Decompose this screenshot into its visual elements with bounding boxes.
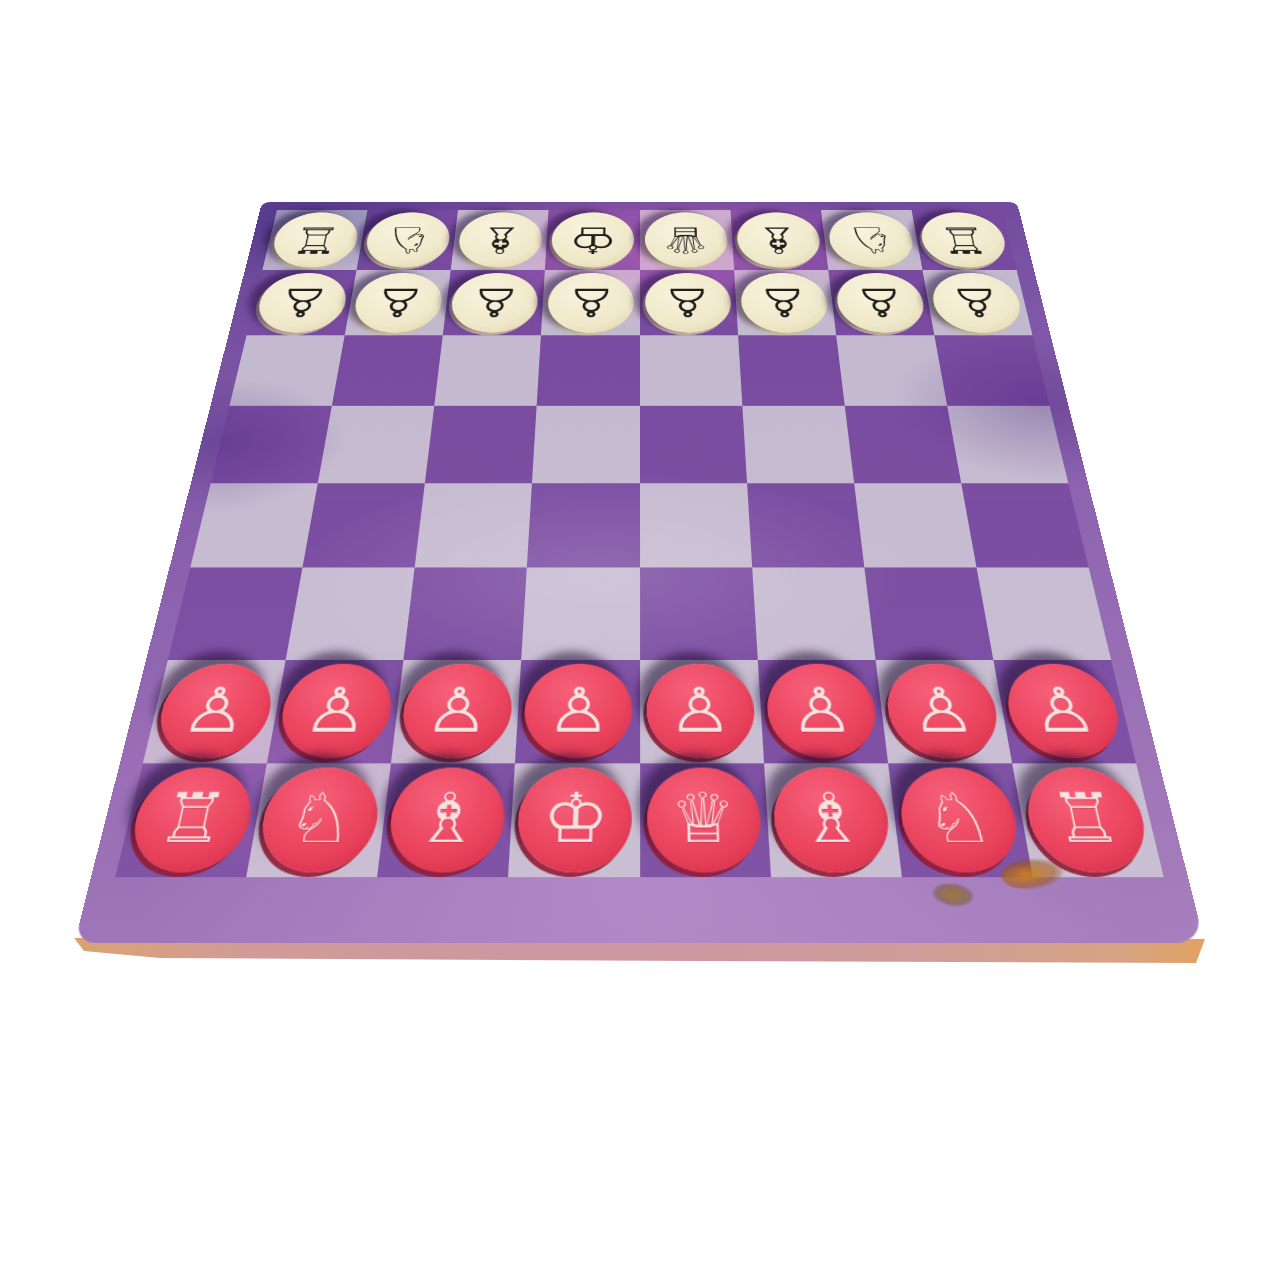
cell-r6c4: ♙: [640, 660, 764, 763]
photo-canvas: ♖♘♗♔♕♗♘♖♙♙♙♙♙♙♙♙♙♙♙♙♙♙♙♙♖♘♗♔♕♗♘♖: [0, 0, 1280, 1280]
piece-bB[interactable]: ♗: [771, 767, 894, 872]
piece-glyph: ♖: [152, 785, 233, 854]
cell-r6c3: ♙: [515, 660, 639, 763]
cell-r1c7: ♙: [922, 270, 1032, 335]
cell-r0c5: ♗: [730, 210, 828, 270]
piece-bP[interactable]: ♙: [275, 664, 397, 758]
piece-glyph: ♔: [568, 222, 617, 258]
cell-r6c2: ♙: [391, 660, 521, 763]
cell-r2c6: [836, 335, 947, 406]
cell-r1c3: ♙: [541, 270, 639, 335]
piece-glyph: ♙: [177, 680, 253, 742]
cell-r2c4: [640, 335, 743, 406]
cell-r5c1: [286, 567, 415, 660]
piece-glyph: ♘: [920, 785, 997, 854]
cell-r2c2: [434, 335, 541, 406]
piece-glyph: ♙: [300, 680, 373, 742]
piece-wN[interactable]: ♘: [826, 213, 916, 268]
cell-r5c0: [168, 567, 303, 660]
piece-wN[interactable]: ♘: [362, 213, 452, 268]
piece-glyph: ♙: [370, 283, 426, 322]
piece-wP[interactable]: ♙: [547, 273, 634, 333]
piece-glyph: ♗: [795, 785, 868, 854]
piece-bP[interactable]: ♙: [1001, 664, 1128, 758]
piece-glyph: ♙: [423, 680, 492, 742]
piece-glyph: ♙: [662, 283, 713, 322]
piece-glyph: ♙: [787, 680, 856, 742]
piece-glyph: ♔: [541, 785, 610, 854]
piece-glyph: ♙: [668, 680, 733, 742]
cell-r0c2: ♗: [451, 210, 549, 270]
piece-bB[interactable]: ♗: [385, 767, 508, 872]
piece-glyph: ♗: [411, 785, 484, 854]
cell-r7c6: ♘: [888, 763, 1033, 877]
piece-glyph: ♘: [844, 222, 898, 258]
cell-r5c3: [522, 567, 640, 660]
piece-wR[interactable]: ♖: [268, 213, 362, 268]
piece-wP[interactable]: ♙: [928, 273, 1026, 333]
cell-r4c1: [303, 483, 426, 567]
cell-r2c0: [229, 335, 344, 406]
piece-wP[interactable]: ♙: [449, 273, 540, 333]
cell-r4c4: [640, 483, 752, 567]
piece-bK[interactable]: ♔: [516, 767, 632, 872]
cell-r3c0: [211, 406, 332, 483]
board-pieces-layer: ♖♘♗♔♕♗♘♖♙♙♙♙♙♙♙♙♙♙♙♙♙♙♙♙♖♘♗♔♕♗♘♖: [74, 202, 1204, 943]
cell-r2c5: [738, 335, 845, 406]
piece-wP[interactable]: ♙: [739, 273, 830, 333]
piece-wQ[interactable]: ♕: [645, 213, 729, 268]
cell-r0c7: ♖: [911, 210, 1016, 270]
piece-bN[interactable]: ♘: [895, 767, 1024, 872]
piece-glyph: ♙: [565, 283, 616, 322]
piece-glyph: ♖: [1046, 785, 1127, 854]
cell-r2c1: [332, 335, 443, 406]
piece-glyph: ♙: [1025, 680, 1101, 742]
chess-board: ♖♘♗♔♕♗♘♖♙♙♙♙♙♙♙♙♙♙♙♙♙♙♙♙♖♘♗♔♕♗♘♖: [74, 202, 1204, 943]
piece-bP[interactable]: ♙: [151, 664, 278, 758]
piece-bP[interactable]: ♙: [882, 664, 1004, 758]
cell-r3c3: [532, 406, 639, 483]
cell-r6c0: ♙: [143, 660, 286, 763]
cell-r5c7: [976, 567, 1111, 660]
piece-bQ[interactable]: ♕: [646, 767, 762, 872]
cell-r7c5: ♗: [764, 763, 902, 877]
piece-wR[interactable]: ♖: [917, 213, 1011, 268]
piece-wB[interactable]: ♗: [456, 213, 543, 268]
cell-r7c2: ♗: [377, 763, 515, 877]
piece-bR[interactable]: ♖: [124, 767, 260, 872]
piece-glyph: ♙: [273, 283, 332, 322]
piece-wK[interactable]: ♔: [551, 213, 635, 268]
cell-r6c5: ♙: [757, 660, 887, 763]
piece-glyph: ♙: [546, 680, 611, 742]
cell-r3c6: [845, 406, 962, 483]
cell-r1c4: ♙: [640, 270, 738, 335]
cell-r4c3: [527, 483, 639, 567]
piece-bP[interactable]: ♙: [646, 664, 756, 758]
cell-r1c2: ♙: [443, 270, 545, 335]
piece-bR[interactable]: ♖: [1020, 767, 1156, 872]
cell-r7c1: ♘: [246, 763, 391, 877]
cell-r5c4: [640, 567, 758, 660]
piece-glyph: ♖: [288, 222, 344, 258]
piece-glyph: ♗: [475, 222, 527, 258]
piece-glyph: ♙: [947, 283, 1006, 322]
piece-glyph: ♙: [906, 680, 979, 742]
piece-wP[interactable]: ♙: [834, 273, 929, 333]
piece-bP[interactable]: ♙: [523, 664, 633, 758]
cell-r1c1: ♙: [345, 270, 451, 335]
piece-bP[interactable]: ♙: [764, 664, 880, 758]
piece-glyph: ♕: [661, 222, 710, 258]
cell-r7c7: ♖: [1012, 763, 1164, 877]
cell-r0c0: ♖: [262, 210, 367, 270]
cell-r4c2: [415, 483, 532, 567]
cell-r3c1: [318, 406, 435, 483]
piece-glyph: ♘: [381, 222, 435, 258]
piece-wB[interactable]: ♗: [735, 213, 822, 268]
cell-r4c0: [190, 483, 318, 567]
piece-glyph: ♗: [753, 222, 805, 258]
piece-glyph: ♕: [669, 785, 738, 854]
cell-r2c7: [934, 335, 1049, 406]
cell-r5c5: [752, 567, 876, 660]
cell-r0c3: ♔: [545, 210, 639, 270]
cell-r7c4: ♕: [640, 763, 771, 877]
cell-r4c7: [961, 483, 1089, 567]
cell-r6c7: ♙: [993, 660, 1136, 763]
cell-r3c7: [947, 406, 1068, 483]
piece-glyph: ♙: [757, 283, 811, 322]
cell-r5c2: [404, 567, 528, 660]
cell-r2c3: [537, 335, 640, 406]
cell-r1c6: ♙: [828, 270, 934, 335]
cell-r4c5: [747, 483, 864, 567]
piece-wP[interactable]: ♙: [351, 273, 446, 333]
cell-r3c5: [742, 406, 854, 483]
cell-r0c6: ♘: [821, 210, 923, 270]
cell-r6c1: ♙: [267, 660, 404, 763]
piece-glyph: ♘: [282, 785, 359, 854]
cell-r7c3: ♔: [508, 763, 639, 877]
cell-r5c6: [864, 567, 993, 660]
piece-bP[interactable]: ♙: [399, 664, 515, 758]
cell-r6c6: ♙: [875, 660, 1012, 763]
piece-glyph: ♙: [468, 283, 522, 322]
cell-r1c0: ♙: [247, 270, 357, 335]
piece-glyph: ♖: [935, 222, 991, 258]
piece-glyph: ♙: [852, 283, 908, 322]
cell-r7c0: ♖: [115, 763, 267, 877]
cell-r0c4: ♕: [640, 210, 734, 270]
cell-r1c5: ♙: [734, 270, 836, 335]
piece-wP[interactable]: ♙: [645, 273, 732, 333]
piece-bN[interactable]: ♘: [255, 767, 384, 872]
cell-r4c6: [854, 483, 977, 567]
piece-wP[interactable]: ♙: [253, 273, 351, 333]
cell-r3c4: [640, 406, 747, 483]
cell-r3c2: [425, 406, 537, 483]
cell-r0c1: ♘: [357, 210, 459, 270]
